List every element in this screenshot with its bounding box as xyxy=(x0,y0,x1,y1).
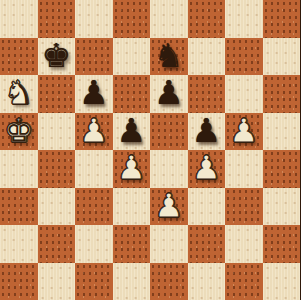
square-c3[interactable] xyxy=(75,188,113,226)
square-e4[interactable] xyxy=(150,150,188,188)
square-c4[interactable] xyxy=(75,150,113,188)
square-g6[interactable] xyxy=(225,75,263,113)
square-g7[interactable] xyxy=(225,38,263,76)
square-a6[interactable]: ♞ xyxy=(0,75,38,113)
square-f1[interactable] xyxy=(188,263,226,300)
square-c6[interactable]: ♟ xyxy=(75,75,113,113)
square-b2[interactable] xyxy=(38,225,76,263)
square-a8[interactable] xyxy=(0,0,38,38)
square-f2[interactable] xyxy=(188,225,226,263)
square-d2[interactable] xyxy=(113,225,151,263)
square-h4[interactable] xyxy=(263,150,301,188)
square-b6[interactable] xyxy=(38,75,76,113)
square-b5[interactable] xyxy=(38,113,76,151)
black-pawn-piece[interactable]: ♟ xyxy=(79,76,109,109)
square-d8[interactable] xyxy=(113,0,151,38)
square-e8[interactable] xyxy=(150,0,188,38)
square-d4[interactable]: ♟ xyxy=(113,150,151,188)
black-pawn-piece[interactable]: ♟ xyxy=(191,114,221,147)
square-f5[interactable]: ♟ xyxy=(188,113,226,151)
square-h2[interactable] xyxy=(263,225,301,263)
white-pawn-piece[interactable]: ♟ xyxy=(191,151,221,184)
square-h3[interactable] xyxy=(263,188,301,226)
black-king-piece[interactable]: ♚ xyxy=(41,39,71,72)
square-g5[interactable]: ♟ xyxy=(225,113,263,151)
square-e3[interactable]: ♟ xyxy=(150,188,188,226)
square-g4[interactable] xyxy=(225,150,263,188)
square-f4[interactable]: ♟ xyxy=(188,150,226,188)
square-d6[interactable] xyxy=(113,75,151,113)
square-a4[interactable] xyxy=(0,150,38,188)
square-e5[interactable] xyxy=(150,113,188,151)
square-c5[interactable]: ♟ xyxy=(75,113,113,151)
square-d7[interactable] xyxy=(113,38,151,76)
square-h1[interactable] xyxy=(263,263,301,300)
square-a7[interactable] xyxy=(0,38,38,76)
white-pawn-piece[interactable]: ♟ xyxy=(229,114,259,147)
square-f7[interactable] xyxy=(188,38,226,76)
square-e2[interactable] xyxy=(150,225,188,263)
square-f8[interactable] xyxy=(188,0,226,38)
black-pawn-piece[interactable]: ♟ xyxy=(154,76,184,109)
black-knight-piece[interactable]: ♞ xyxy=(154,39,184,72)
square-c8[interactable] xyxy=(75,0,113,38)
square-c7[interactable] xyxy=(75,38,113,76)
square-b4[interactable] xyxy=(38,150,76,188)
square-a2[interactable] xyxy=(0,225,38,263)
square-g3[interactable] xyxy=(225,188,263,226)
square-e7[interactable]: ♞ xyxy=(150,38,188,76)
square-d3[interactable] xyxy=(113,188,151,226)
square-h5[interactable] xyxy=(263,113,301,151)
square-h7[interactable] xyxy=(263,38,301,76)
square-h6[interactable] xyxy=(263,75,301,113)
square-b1[interactable] xyxy=(38,263,76,300)
chess-board: ♚♞♞♟♟♚♟♟♟♟♟♟♟ xyxy=(0,0,300,300)
square-g8[interactable] xyxy=(225,0,263,38)
white-pawn-piece[interactable]: ♟ xyxy=(79,114,109,147)
square-g2[interactable] xyxy=(225,225,263,263)
square-g1[interactable] xyxy=(225,263,263,300)
square-d5[interactable]: ♟ xyxy=(113,113,151,151)
white-king-piece[interactable]: ♚ xyxy=(4,114,34,147)
square-c1[interactable] xyxy=(75,263,113,300)
white-pawn-piece[interactable]: ♟ xyxy=(154,189,184,222)
square-f6[interactable] xyxy=(188,75,226,113)
square-a1[interactable] xyxy=(0,263,38,300)
square-e6[interactable]: ♟ xyxy=(150,75,188,113)
square-c2[interactable] xyxy=(75,225,113,263)
square-b3[interactable] xyxy=(38,188,76,226)
square-h8[interactable] xyxy=(263,0,301,38)
square-e1[interactable] xyxy=(150,263,188,300)
square-a3[interactable] xyxy=(0,188,38,226)
square-d1[interactable] xyxy=(113,263,151,300)
square-b7[interactable]: ♚ xyxy=(38,38,76,76)
white-pawn-piece[interactable]: ♟ xyxy=(116,151,146,184)
square-a5[interactable]: ♚ xyxy=(0,113,38,151)
square-f3[interactable] xyxy=(188,188,226,226)
black-pawn-piece[interactable]: ♟ xyxy=(116,114,146,147)
white-knight-piece[interactable]: ♞ xyxy=(4,76,34,109)
square-b8[interactable] xyxy=(38,0,76,38)
